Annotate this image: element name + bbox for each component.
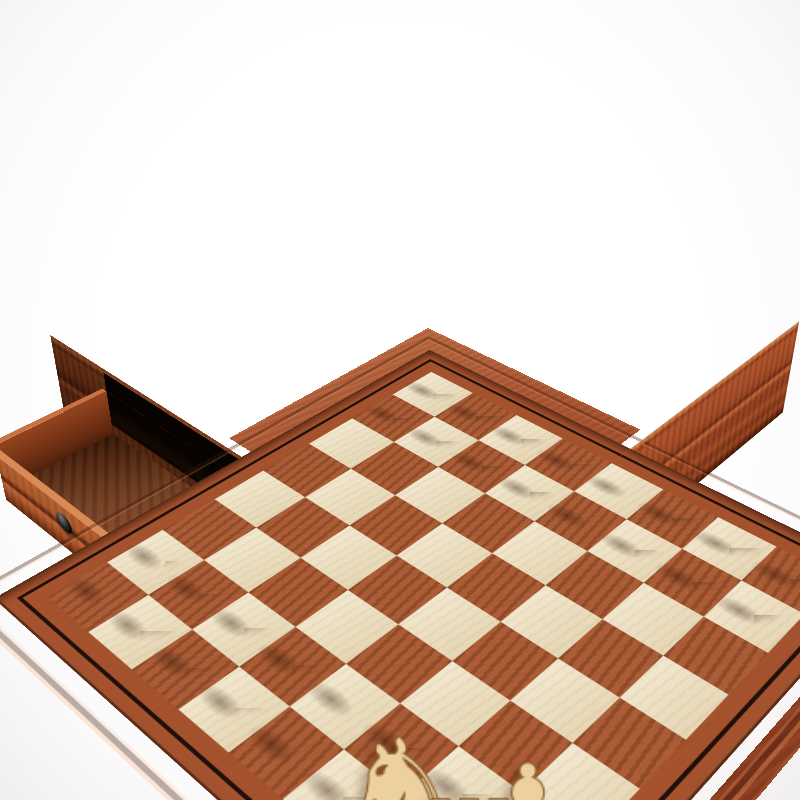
black-pawn-icon: ♟ (716, 540, 793, 626)
white-rook-icon: ♜ (410, 784, 530, 800)
product-photo-stage: ♜♞♝♛♚♝♞♜♟♟♟♟♟♟♟♟♟♟♟♟♟♟♟♟♜♞♝♛♚♝♞♜ (0, 0, 800, 800)
